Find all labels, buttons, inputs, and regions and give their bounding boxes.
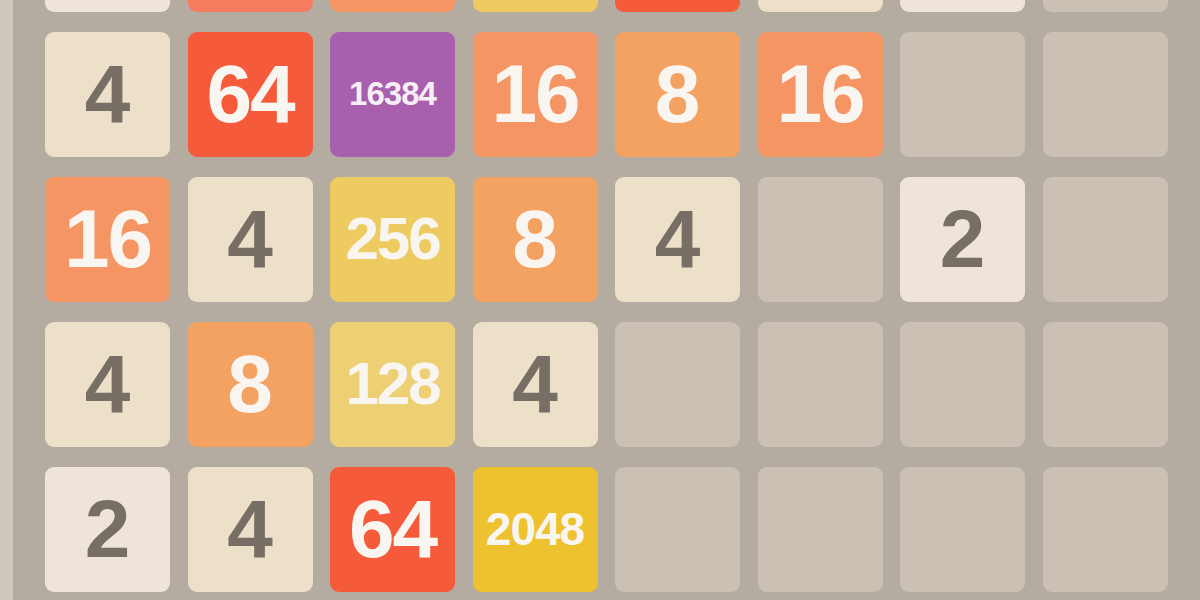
empty-cell: [900, 32, 1025, 157]
empty-cell: [1043, 467, 1168, 592]
tile-number: 4: [655, 198, 701, 280]
tile-number: 8: [227, 343, 273, 425]
tile-number: 4: [227, 198, 273, 280]
empty-cell: [1043, 322, 1168, 447]
tile-64: 64: [330, 467, 455, 592]
tile-number: 2048: [486, 506, 584, 552]
tile-number: 4: [85, 53, 131, 135]
tile-4: 4: [45, 32, 170, 157]
tile-8: 8: [473, 177, 598, 302]
empty-cell: [758, 177, 883, 302]
tile-number: 8: [655, 53, 701, 135]
tile-number: 4: [227, 488, 273, 570]
tile-2: 2: [45, 0, 170, 12]
tile-16: 16: [758, 32, 883, 157]
tile-8: 8: [615, 32, 740, 157]
tile-64: 64: [615, 0, 740, 12]
tile-128: 128: [330, 322, 455, 447]
tile-number: 4: [85, 343, 131, 425]
tile-number: 256: [345, 209, 439, 269]
tile-number: 64: [206, 53, 293, 135]
tile-16: 16: [45, 177, 170, 302]
tile-number: 4: [512, 343, 558, 425]
tile-4: 4: [615, 177, 740, 302]
tile-8: 8: [188, 322, 313, 447]
tile-2048: 2048: [473, 467, 598, 592]
tile-number: 16: [64, 198, 151, 280]
empty-cell: [1043, 0, 1168, 12]
empty-cell: [900, 322, 1025, 447]
tile-256: 256: [473, 0, 598, 12]
tile-4: 4: [188, 177, 313, 302]
tile-number: 2: [85, 488, 131, 570]
empty-cell: [1043, 177, 1168, 302]
tile-2: 2: [900, 0, 1025, 12]
tile-16: 16: [330, 0, 455, 12]
tile-number: 16: [491, 53, 578, 135]
tile-number: 64: [349, 488, 436, 570]
board-grid: 2321625664424641638416816164256842481284…: [45, 0, 1168, 592]
empty-cell: [758, 467, 883, 592]
empty-cell: [615, 322, 740, 447]
tile-4: 4: [45, 322, 170, 447]
tile-4: 4: [473, 322, 598, 447]
tile-32: 32: [188, 0, 313, 12]
tile-number: 16: [776, 53, 863, 135]
tile-4: 4: [758, 0, 883, 12]
game-viewport: 2321625664424641638416816164256842481284…: [0, 0, 1200, 600]
tile-number: 8: [512, 198, 558, 280]
tile-256: 256: [330, 177, 455, 302]
tile-number: 128: [345, 354, 439, 414]
empty-cell: [758, 322, 883, 447]
tile-16: 16: [473, 32, 598, 157]
tile-64: 64: [188, 32, 313, 157]
tile-2: 2: [45, 467, 170, 592]
empty-cell: [900, 467, 1025, 592]
empty-cell: [1043, 32, 1168, 157]
empty-cell: [615, 467, 740, 592]
tile-2: 2: [900, 177, 1025, 302]
tile-number: 2: [940, 198, 986, 280]
tile-4: 4: [188, 467, 313, 592]
tile-16384: 16384: [330, 32, 455, 157]
tile-number: 16384: [349, 77, 436, 110]
